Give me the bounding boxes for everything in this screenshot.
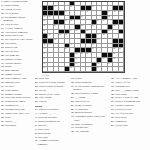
clue-item: 63. Put out xyxy=(35,89,68,92)
clue-item: 28. Like some gin xyxy=(1,54,33,57)
clue-text: Raise, as children xyxy=(75,123,93,126)
clue-text: Tender glance xyxy=(5,89,19,92)
cell-number: 10 xyxy=(54,6,56,8)
clue-item: 57. Honest ___ xyxy=(1,120,33,123)
cell-number: 69 xyxy=(97,67,99,69)
cell-number: 44 xyxy=(97,39,99,41)
cell-number: 40 xyxy=(65,34,67,36)
clue-item: 9. Salty drop xyxy=(35,136,68,139)
clue-item: 53. Cabinet dept. since 1977 xyxy=(1,112,33,115)
clue-text: Nicknamed singer Tina (1972-1996) xyxy=(74,115,106,121)
cell-number: 6 xyxy=(92,1,93,3)
clue-item: 21. Bill voiced by 'Tiny' Wayne xyxy=(1,38,33,41)
clue-item: 15. Verdict xyxy=(71,77,108,80)
clue-text: Make amends xyxy=(5,69,19,72)
clue-text: It's kept in a pen xyxy=(115,108,131,111)
clue-item: 35. Raise, as children xyxy=(71,123,108,126)
clue-text: Places to shop in Bosnia xyxy=(39,85,63,88)
clue-item: 4. Hawaiian hula skirt xyxy=(35,116,68,119)
cell-number: 27 xyxy=(103,20,105,22)
clue-text: Many a Georgia sibling xyxy=(4,0,28,3)
clue-item: 5. Natural navigation aid xyxy=(35,120,68,123)
clue-item: 40. A.B.A. member: Abbr. xyxy=(111,77,149,80)
clue-text: A.B.A. member: Abbr. xyxy=(115,77,138,80)
clue-text: Chowder morsel xyxy=(5,62,22,65)
cell-number: 65 xyxy=(97,63,99,65)
clue-text: Tailored learning method xyxy=(115,100,140,103)
clue-item: 18. When doubled, a dance xyxy=(71,92,108,95)
clue-text: "An apple ___ ..." xyxy=(38,112,56,115)
clue-item: 22. Goes astray xyxy=(1,42,33,45)
clue-item: 47. Brings up the family xyxy=(1,100,33,103)
clue-item: 37. Driving force xyxy=(71,126,108,129)
cell-number: 19 xyxy=(43,16,45,18)
clue-item: 33. Nicknamed singer Tina (1972-1996) xyxy=(71,115,108,122)
cell-number: 37 xyxy=(108,30,110,32)
clue-item: 53. Antiques condition xyxy=(111,104,149,107)
cell-number: 41 xyxy=(97,34,99,36)
clue-item: 41. Oil cartel xyxy=(1,85,33,88)
clue-text: Droid xyxy=(5,116,11,119)
clue-text: Al Gore, formerly xyxy=(5,27,23,30)
cell-number: 1 xyxy=(43,1,44,3)
clue-text: Droop xyxy=(5,65,11,68)
clue-text: Church seating xyxy=(4,4,19,7)
clue-text: Ready for filling, perhaps xyxy=(39,81,65,84)
clue-text: Forty winks xyxy=(115,93,127,96)
cell-number: 63 xyxy=(43,63,45,65)
clue-item: 8. Bread spread xyxy=(35,132,68,135)
clue-item: 67. Tidy up xyxy=(35,100,68,103)
clue-text: Mine find xyxy=(39,77,49,80)
clue-text: Bill voiced by 'Tiny' Wayne xyxy=(5,38,33,41)
cell-number: 67 xyxy=(43,67,45,69)
clue-item: 10. Loosen, as laces xyxy=(1,8,33,11)
clue-text: "OMG!" of old xyxy=(115,81,130,84)
clue-text: Bread spread xyxy=(38,132,51,135)
clue-item: 12. Fill-in worker xyxy=(1,12,33,15)
clue-text: Tidy up xyxy=(39,100,47,103)
clue-item: 42. Tender glance xyxy=(1,89,33,92)
clue-text: Wheedle xyxy=(38,124,47,127)
cell-number: 58 xyxy=(113,53,115,55)
clue-text: Palindromic fashion magazine xyxy=(4,16,25,22)
cell-number: 9 xyxy=(108,1,109,3)
clue-item: 43. "OMG!" of old xyxy=(111,81,149,84)
clue-text: XP successor xyxy=(75,108,88,111)
cell-number: 45 xyxy=(43,44,45,46)
cell-number: 7 xyxy=(97,1,98,3)
clue-item: 34. Make amends xyxy=(1,69,33,72)
clue-item: 64. Literary inits. xyxy=(111,124,149,127)
cell-number: 61 xyxy=(103,58,105,60)
cell-number: 15 xyxy=(86,11,88,13)
cell-number: 31 xyxy=(92,25,94,27)
cell-number: 49 xyxy=(43,48,45,50)
cell-number: 11 xyxy=(70,6,72,8)
clue-item: 51. Tailored learning method xyxy=(111,100,149,103)
cell-number: 68 xyxy=(70,67,72,69)
cell-number: 8 xyxy=(103,1,104,3)
clue-item: 55. City of seven hills xyxy=(111,112,149,115)
clue-item: 32. Droop xyxy=(1,65,33,68)
cell-number: 46 xyxy=(49,44,51,46)
clue-text: You, long ago xyxy=(75,130,89,133)
cell-number: 3 xyxy=(59,1,60,3)
cell-number: 52 xyxy=(113,48,115,50)
clue-item: 23. ___ Rouge xyxy=(71,96,108,99)
clue-text: Literary inits. xyxy=(115,124,129,127)
clue-text: Went to market: Abbr. xyxy=(5,77,27,80)
crossword-page: 1. Many a Georgia sibling5. Church seati… xyxy=(0,0,150,150)
clue-text: Antiques condition xyxy=(115,104,134,107)
cell-number: 35 xyxy=(76,30,78,32)
cell-number: 33 xyxy=(43,30,45,32)
cell-number: 57 xyxy=(86,53,88,55)
clue-text: Goes astray xyxy=(5,42,17,45)
clue-item: 31. Chowder morsel xyxy=(1,62,33,65)
clue-item: 30. Opposite of post- xyxy=(1,58,33,61)
clue-text: Salon goop xyxy=(5,124,16,127)
clue-text: Natural navigation aid xyxy=(38,120,60,123)
clue-item: 38. You, long ago xyxy=(71,130,108,133)
clue-text: "Rhapsody in ___" xyxy=(5,104,24,107)
down-header: Down xyxy=(35,105,68,108)
clue-text: Take the prize xyxy=(5,50,19,53)
clue-text: Being, to Brutus xyxy=(75,104,91,107)
clues-column-4: 40. A.B.A. member: Abbr.43. "OMG!" of ol… xyxy=(111,77,149,149)
cell-number: 18 xyxy=(119,11,121,13)
clue-text: City of seven hills xyxy=(115,112,133,115)
clue-text: Loosen, as laces xyxy=(5,8,21,11)
clue-item: 52. Old glass radio tube xyxy=(1,108,33,111)
cell-number: 4 xyxy=(65,1,66,3)
clue-item: 2. Exquisitely beautiful xyxy=(35,108,68,111)
clue-item: 39. Signature piece xyxy=(1,81,33,84)
clue-text: Compass pt. xyxy=(115,120,127,123)
clue-item: 20. Beatles-ish release xyxy=(1,34,33,37)
cell-number: 62 xyxy=(113,58,115,60)
cell-number: 22 xyxy=(108,16,110,18)
cell-number: 48 xyxy=(92,44,94,46)
cell-number: 26 xyxy=(97,20,99,22)
clue-text: Water tester xyxy=(38,128,50,131)
clue-text: Put out xyxy=(39,89,46,92)
cell-number: 43 xyxy=(54,39,56,41)
clue-item: 13. Palindromic fashion magazine xyxy=(1,16,33,23)
cell-number: 32 xyxy=(113,25,115,27)
clue-text: Opposite of post- xyxy=(5,58,22,61)
clue-item: 60. Mine find xyxy=(35,77,68,80)
cell-number: 38 xyxy=(49,34,51,36)
clue-text: Cabinet dept. since 1977 xyxy=(5,112,30,115)
clue-item: 66. Lofty poems xyxy=(35,96,68,99)
clue-item: 30. Marilyn's partner xyxy=(71,111,108,114)
clue-text: Verdict xyxy=(75,77,82,80)
clues-column-3: 15. Verdict16. Hardly gorgeous17. He oft… xyxy=(71,77,108,149)
cell-number: 66 xyxy=(108,63,110,65)
clue-item: 56. Droid xyxy=(1,116,33,119)
clue-item: 62. Places to shop in Bosnia xyxy=(35,85,68,88)
cell-number: 17 xyxy=(113,11,115,13)
clue-item: 17. Al Gore, formerly xyxy=(1,27,33,30)
clue-text: "Enigma Variations" composer xyxy=(38,139,60,145)
clues-column-2: 60. Mine find61. Ready for filling, perh… xyxy=(35,77,68,149)
cell-number: 24 xyxy=(65,20,67,22)
clue-text: Driving force xyxy=(75,126,89,129)
clue-item: 7. Water tester xyxy=(35,128,68,131)
clue-text: Salty drop xyxy=(38,136,48,139)
clue-text: Ladybug's prey xyxy=(115,85,130,88)
cell-number: 55 xyxy=(76,53,78,55)
cell-number: 39 xyxy=(59,34,61,36)
cell-number: 56 xyxy=(81,53,83,55)
clue-item: 65. Mother of the Titans xyxy=(35,93,68,96)
clue-text: Exquisitely beautiful xyxy=(38,108,59,111)
clue-item: 44. Ladybug's prey xyxy=(111,85,149,88)
cell-number: 29 xyxy=(54,25,56,27)
cell-number: 36 xyxy=(86,30,88,32)
clue-text: Latter-day saints' practice xyxy=(5,96,31,99)
clue-item: 43. Murmur lovingly xyxy=(1,93,33,96)
clue-text: ___ Rouge xyxy=(75,96,86,99)
cell-number: 64 xyxy=(76,63,78,65)
clue-text: He often plays Frankenstein's monster xyxy=(74,85,105,91)
clue-item: 19. Adjectivally combined xyxy=(1,31,33,34)
clue-text: Weird Al work of 1984 xyxy=(115,96,138,99)
clue-item: 50. Weird Al work of 1984 xyxy=(111,96,149,99)
cell-number: 60 xyxy=(76,58,78,60)
clue-item: 16. Hardly gorgeous xyxy=(71,81,108,84)
clue-text: Mother of the Titans xyxy=(39,93,60,96)
clue-text: Marilyn's partner xyxy=(75,111,92,114)
cell-number: 47 xyxy=(70,44,72,46)
cell-number: 28 xyxy=(43,25,45,27)
clue-text: When doubled, a dance xyxy=(75,92,98,95)
clue-text: Skater's leap xyxy=(5,46,18,49)
cell-number: 20 xyxy=(49,16,51,18)
clue-text: Spin on the ice xyxy=(75,100,90,103)
cell-number: 59 xyxy=(43,58,45,60)
cell-number: 54 xyxy=(43,53,45,55)
cell-number: 25 xyxy=(70,20,72,22)
clue-item: 58. Salon goop xyxy=(1,124,33,127)
clue-text: Brings up the family xyxy=(5,100,26,103)
copyright-text: © 1998 xyxy=(42,74,49,76)
cell-number: 34 xyxy=(70,30,72,32)
cell-number: 50 xyxy=(65,48,67,50)
cell-number: 30 xyxy=(81,25,83,27)
clue-item: 54. It's kept in a pen xyxy=(111,108,149,111)
clue-text: Summer coolers xyxy=(5,73,21,76)
cell-number: 14 xyxy=(81,11,83,13)
cell-number: 5 xyxy=(76,1,77,3)
clue-item: 11. "Enigma Variations" composer xyxy=(35,139,68,146)
clue-text: Like some gin xyxy=(5,54,19,57)
clue-item: 6. Wheedle xyxy=(35,124,68,127)
clue-text: Old glass radio tube xyxy=(5,108,25,111)
clue-item: 46. Easy ___ (simple tasks) xyxy=(111,89,149,92)
grid-cell[interactable] xyxy=(119,67,124,72)
cell-number: 16 xyxy=(108,11,110,13)
clue-text: Easy ___ (simple tasks) xyxy=(115,89,139,92)
cell-number: 2 xyxy=(54,1,55,3)
clue-item: 45. Latter-day saints' practice xyxy=(1,96,33,99)
clue-text: Honest ___ xyxy=(5,120,16,123)
clue-text: Signature piece xyxy=(5,81,20,84)
cell-number: 23 xyxy=(43,20,45,22)
clue-text: April in Paris xyxy=(5,23,18,26)
clue-item: 49. "Rhapsody in ___" xyxy=(1,104,33,107)
clue-text: Driver's aid xyxy=(115,116,127,119)
clue-item: 61. Ready for filling, perhaps xyxy=(35,81,68,84)
cell-number: 42 xyxy=(103,34,105,36)
clue-item: 59. Driver's aid xyxy=(111,116,149,119)
clue-item: 63. Compass pt. xyxy=(111,120,149,123)
clue-item: 17. He often plays Frankenstein's monste… xyxy=(71,85,108,92)
clue-item: 35. Summer coolers xyxy=(1,73,33,76)
clue-item: 5. Church seating xyxy=(1,4,33,7)
clue-item: 29. XP successor xyxy=(71,108,108,111)
cell-number: 53 xyxy=(119,48,121,50)
clue-text: Murmur lovingly xyxy=(5,93,22,96)
clue-text: Beatles-ish release xyxy=(5,34,24,37)
cell-number: 12 xyxy=(92,6,94,8)
crossword-grid: 1234567891011121314151617181920212223242… xyxy=(42,1,125,74)
clue-text: Hawaiian hula skirt xyxy=(38,116,58,119)
clue-item: 26. Take the prize xyxy=(1,50,33,53)
cell-number: 13 xyxy=(65,11,67,13)
clue-item: 1. Many a Georgia sibling xyxy=(1,0,33,3)
clue-item: 36. Went to market: Abbr. xyxy=(1,77,33,80)
clue-text: Oil cartel xyxy=(5,85,14,88)
cell-number: 51 xyxy=(92,48,94,50)
clues-column-1: 1. Many a Georgia sibling5. Church seati… xyxy=(1,0,33,149)
clue-item: 24. Skater's leap xyxy=(1,46,33,49)
clue-item: 14. April in Paris xyxy=(1,23,33,26)
clue-text: Hardly gorgeous xyxy=(75,81,92,84)
clue-item: 25. Spin on the ice xyxy=(71,100,108,103)
clue-item: 3. "An apple ___ ..." xyxy=(35,112,68,115)
clue-text: Adjectivally combined xyxy=(5,31,28,34)
clue-text: Lofty poems xyxy=(39,96,52,99)
cell-number: 21 xyxy=(81,16,83,18)
clue-text: Fill-in worker xyxy=(5,12,19,15)
clue-item: 27. Being, to Brutus xyxy=(71,104,108,107)
clue-item: 48. Forty winks xyxy=(111,93,149,96)
